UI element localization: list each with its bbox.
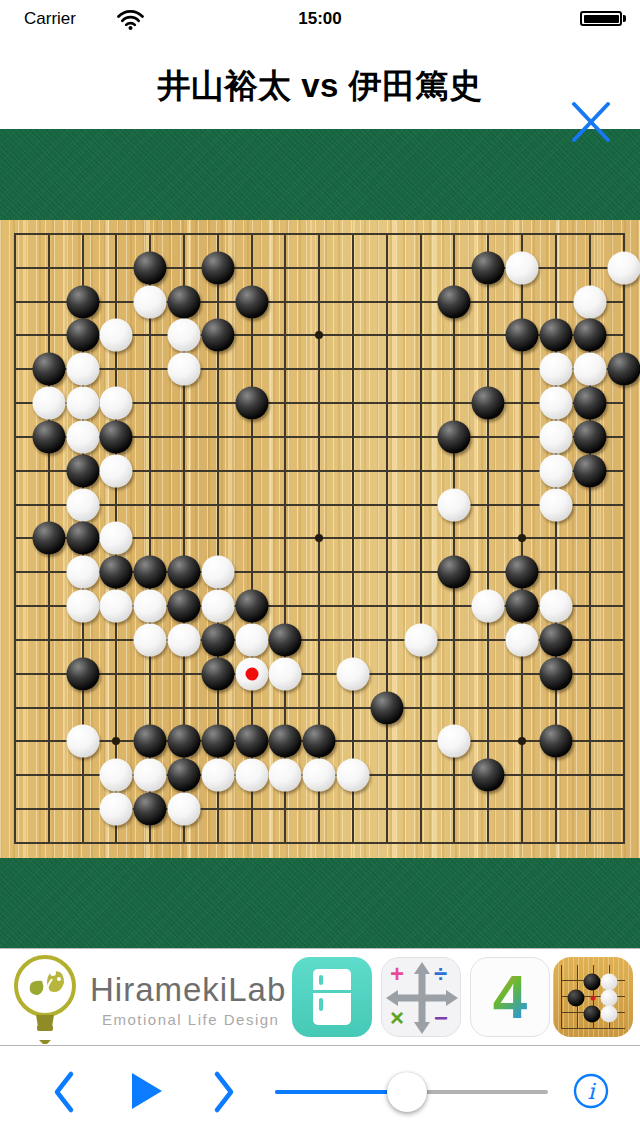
star-point bbox=[315, 534, 323, 542]
stone-black bbox=[134, 556, 167, 589]
stone-white bbox=[100, 387, 133, 420]
stone-black bbox=[539, 657, 572, 690]
stone-white bbox=[168, 353, 201, 386]
stone-white bbox=[506, 623, 539, 656]
stone-white bbox=[168, 319, 201, 352]
stone-black bbox=[506, 556, 539, 589]
step-back-button[interactable] bbox=[51, 1070, 77, 1118]
grid-line bbox=[14, 707, 625, 709]
brand-name: HiramekiLab bbox=[90, 971, 286, 1009]
stone-black bbox=[472, 251, 505, 284]
slider-thumb[interactable] bbox=[387, 1072, 427, 1112]
info-button[interactable]: i bbox=[572, 1073, 610, 1113]
stone-white bbox=[100, 454, 133, 487]
stone-white bbox=[539, 488, 572, 521]
stone-black bbox=[100, 420, 133, 453]
brand-tagline: Emotional Life Design bbox=[102, 1011, 279, 1028]
close-icon[interactable] bbox=[570, 100, 612, 142]
move-slider[interactable] bbox=[275, 1070, 548, 1114]
stone-white bbox=[100, 793, 133, 826]
stone-black bbox=[134, 251, 167, 284]
play-button[interactable] bbox=[131, 1072, 163, 1114]
stone-black bbox=[66, 319, 99, 352]
stone-white bbox=[404, 623, 437, 656]
grid-line bbox=[352, 233, 354, 844]
star-point bbox=[315, 331, 323, 339]
status-bar: Carrier 15:00 bbox=[0, 0, 640, 40]
four-app-icon[interactable]: 4 bbox=[470, 957, 550, 1037]
four-glyph: 4 bbox=[471, 958, 549, 1036]
star-point bbox=[518, 534, 526, 542]
stone-black bbox=[573, 319, 606, 352]
stone-white bbox=[66, 488, 99, 521]
stone-black bbox=[472, 387, 505, 420]
stone-black bbox=[269, 623, 302, 656]
stone-black bbox=[66, 285, 99, 318]
go-board[interactable] bbox=[0, 220, 640, 858]
stone-white bbox=[201, 590, 234, 623]
stone-black bbox=[269, 725, 302, 758]
stone-white bbox=[539, 387, 572, 420]
stone-black bbox=[472, 759, 505, 792]
stone-white bbox=[168, 623, 201, 656]
stone-white bbox=[66, 556, 99, 589]
stone-white bbox=[134, 623, 167, 656]
stone-white bbox=[303, 759, 336, 792]
stone-white bbox=[337, 759, 370, 792]
nav-bar: 井山裕太 vs 伊田篤史 bbox=[0, 40, 640, 129]
stone-white bbox=[506, 251, 539, 284]
stone-black bbox=[201, 725, 234, 758]
stone-black bbox=[607, 353, 640, 386]
stone-black bbox=[539, 623, 572, 656]
stone-black bbox=[573, 454, 606, 487]
stone-black bbox=[506, 319, 539, 352]
divide-glyph: ÷ bbox=[434, 960, 447, 988]
stone-black bbox=[539, 725, 572, 758]
clock: 15:00 bbox=[0, 9, 640, 29]
battery-icon bbox=[580, 11, 626, 26]
stone-black bbox=[235, 387, 268, 420]
stone-white bbox=[235, 759, 268, 792]
stone-white bbox=[337, 657, 370, 690]
stone-black bbox=[303, 725, 336, 758]
stone-black bbox=[168, 590, 201, 623]
stone-black bbox=[168, 725, 201, 758]
last-move-marker bbox=[245, 667, 258, 680]
stone-black bbox=[235, 590, 268, 623]
stone-white bbox=[66, 420, 99, 453]
stone-black bbox=[235, 725, 268, 758]
grid-line bbox=[14, 842, 625, 844]
stone-white bbox=[573, 353, 606, 386]
stone-white bbox=[539, 454, 572, 487]
stone-black bbox=[438, 420, 471, 453]
stone-black bbox=[506, 590, 539, 623]
stone-white bbox=[32, 387, 65, 420]
stone-white bbox=[438, 488, 471, 521]
stone-white bbox=[100, 590, 133, 623]
lightbulb-logo-icon bbox=[12, 953, 82, 1049]
stone-white bbox=[539, 420, 572, 453]
stone-white bbox=[134, 285, 167, 318]
star-point bbox=[112, 737, 120, 745]
playback-bar: i bbox=[0, 1046, 640, 1136]
star-point bbox=[518, 737, 526, 745]
stone-black bbox=[201, 319, 234, 352]
stone-black bbox=[100, 556, 133, 589]
app-screen: Carrier 15:00 井山裕太 vs 伊田篤史 bbox=[0, 0, 640, 1136]
stone-white bbox=[201, 759, 234, 792]
stone-black bbox=[66, 657, 99, 690]
stone-white bbox=[134, 590, 167, 623]
stone-white bbox=[66, 387, 99, 420]
grid-line bbox=[623, 233, 625, 844]
stone-white bbox=[539, 590, 572, 623]
grid-line bbox=[14, 673, 625, 675]
stone-black bbox=[32, 353, 65, 386]
stone-black bbox=[168, 556, 201, 589]
stone-black bbox=[168, 285, 201, 318]
felt-bottom bbox=[0, 858, 640, 948]
step-forward-button[interactable] bbox=[211, 1070, 237, 1118]
stone-black bbox=[370, 691, 403, 724]
stone-white bbox=[66, 725, 99, 758]
stone-black bbox=[438, 556, 471, 589]
stone-black bbox=[134, 725, 167, 758]
stone-black bbox=[201, 623, 234, 656]
ad-banner[interactable]: HiramekiLab Emotional Life Design + ÷ bbox=[0, 948, 640, 1046]
grid-line bbox=[420, 233, 422, 844]
math-app-icon[interactable]: + ÷ × − bbox=[381, 957, 461, 1037]
multiply-glyph: × bbox=[390, 1004, 404, 1032]
stone-black bbox=[201, 657, 234, 690]
grid-line bbox=[487, 233, 489, 844]
stone-white bbox=[100, 759, 133, 792]
stone-black bbox=[168, 759, 201, 792]
svg-text:i: i bbox=[587, 1079, 596, 1104]
go-app-icon[interactable] bbox=[553, 957, 633, 1037]
stone-black bbox=[573, 420, 606, 453]
stone-black bbox=[235, 285, 268, 318]
fridge-app-icon[interactable] bbox=[292, 957, 372, 1037]
stone-white bbox=[269, 759, 302, 792]
stone-white bbox=[66, 590, 99, 623]
felt-top bbox=[0, 129, 640, 220]
stone-white bbox=[472, 590, 505, 623]
stone-black bbox=[438, 285, 471, 318]
page-title: 井山裕太 vs 伊田篤史 bbox=[0, 64, 640, 109]
minus-glyph: − bbox=[434, 1004, 448, 1032]
stone-black bbox=[32, 522, 65, 555]
stone-black bbox=[66, 522, 99, 555]
stone-white bbox=[201, 556, 234, 589]
stone-white bbox=[134, 759, 167, 792]
stone-black bbox=[573, 387, 606, 420]
stone-white bbox=[438, 725, 471, 758]
plus-glyph: + bbox=[390, 960, 404, 988]
stone-black bbox=[134, 793, 167, 826]
stone-white bbox=[235, 623, 268, 656]
stone-white bbox=[607, 251, 640, 284]
stone-white bbox=[100, 319, 133, 352]
stone-white bbox=[168, 793, 201, 826]
stone-black bbox=[201, 251, 234, 284]
stone-black bbox=[32, 420, 65, 453]
stone-white bbox=[573, 285, 606, 318]
stone-black bbox=[66, 454, 99, 487]
stone-white bbox=[100, 522, 133, 555]
stone-white bbox=[269, 657, 302, 690]
stone-black bbox=[539, 319, 572, 352]
grid-line bbox=[386, 233, 388, 844]
stone-white bbox=[539, 353, 572, 386]
stone-white bbox=[66, 353, 99, 386]
